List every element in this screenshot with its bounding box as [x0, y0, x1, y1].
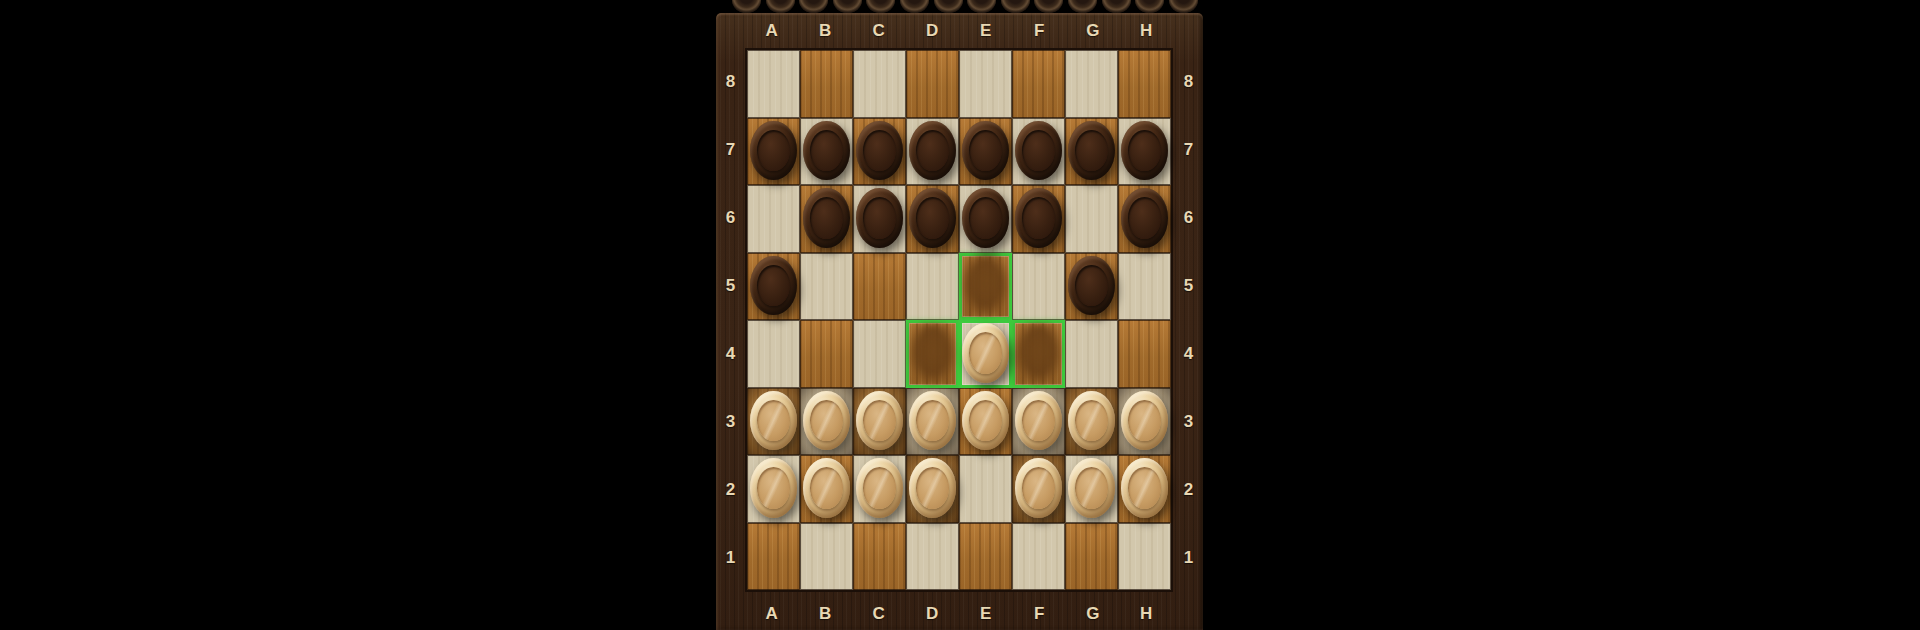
square-d7[interactable] — [906, 118, 959, 186]
square-b3[interactable] — [800, 388, 853, 456]
black-man-f7[interactable] — [1015, 121, 1062, 180]
file-label: G — [1066, 13, 1120, 48]
white-man-e4[interactable] — [962, 323, 1009, 382]
white-man-a3[interactable] — [750, 391, 797, 450]
black-man-h7[interactable] — [1121, 121, 1168, 180]
rank-label: 3 — [1174, 388, 1203, 456]
spare-piece-knob — [1034, 0, 1063, 13]
square-a2[interactable] — [747, 455, 800, 523]
square-e4[interactable] — [959, 320, 1012, 388]
spare-piece-knob — [833, 0, 862, 13]
square-e2[interactable] — [959, 455, 1012, 523]
rank-label: 1 — [716, 524, 745, 592]
rank-label: 2 — [716, 456, 745, 524]
square-g7[interactable] — [1065, 118, 1118, 186]
square-b6[interactable] — [800, 185, 853, 253]
rank-labels-left: 87654321 — [716, 48, 745, 592]
file-label: G — [1066, 592, 1120, 630]
square-h6[interactable] — [1118, 185, 1171, 253]
square-a5[interactable] — [747, 253, 800, 321]
square-b1[interactable] — [800, 523, 853, 591]
square-f5[interactable] — [1012, 253, 1065, 321]
square-a4[interactable] — [747, 320, 800, 388]
checkers-board: ABCDEFGH ABCDEFGH 87654321 87654321 — [716, 13, 1203, 630]
rank-label: 7 — [1174, 116, 1203, 184]
square-g8[interactable] — [1065, 50, 1118, 118]
black-man-a5[interactable] — [750, 256, 797, 315]
rank-label: 8 — [1174, 48, 1203, 116]
square-h7[interactable] — [1118, 118, 1171, 186]
rank-label: 1 — [1174, 524, 1203, 592]
rank-label: 2 — [1174, 456, 1203, 524]
square-f1[interactable] — [1012, 523, 1065, 591]
file-label: B — [799, 592, 853, 630]
square-g2[interactable] — [1065, 455, 1118, 523]
square-c8[interactable] — [853, 50, 906, 118]
spare-piece-knob — [967, 0, 996, 13]
square-e7[interactable] — [959, 118, 1012, 186]
game-board-area: ABCDEFGH ABCDEFGH 87654321 87654321 — [716, 0, 1203, 630]
white-man-c3[interactable] — [856, 391, 903, 450]
square-h3[interactable] — [1118, 388, 1171, 456]
spare-piece-knob — [1135, 0, 1164, 13]
file-label: H — [1120, 592, 1174, 630]
square-f7[interactable] — [1012, 118, 1065, 186]
black-man-c6[interactable] — [856, 188, 903, 247]
black-man-g5[interactable] — [1068, 256, 1115, 315]
square-d2[interactable] — [906, 455, 959, 523]
spare-piece-knob — [766, 0, 795, 13]
file-label: F — [1013, 592, 1067, 630]
spare-piece-knob — [866, 0, 895, 13]
file-label: D — [906, 13, 960, 48]
square-e5[interactable] — [959, 253, 1012, 321]
black-man-c7[interactable] — [856, 121, 903, 180]
square-f3[interactable] — [1012, 388, 1065, 456]
white-man-b2[interactable] — [803, 458, 850, 517]
square-d8[interactable] — [906, 50, 959, 118]
black-man-f6[interactable] — [1015, 188, 1062, 247]
square-g4[interactable] — [1065, 320, 1118, 388]
spare-piece-knob — [1068, 0, 1097, 13]
file-label: F — [1013, 13, 1067, 48]
spare-piece-knob — [1001, 0, 1030, 13]
square-e1[interactable] — [959, 523, 1012, 591]
square-a3[interactable] — [747, 388, 800, 456]
file-label: B — [799, 13, 853, 48]
rank-label: 4 — [1174, 320, 1203, 388]
file-label: A — [745, 13, 799, 48]
white-man-g3[interactable] — [1068, 391, 1115, 450]
spare-pieces-rail — [732, 0, 1198, 13]
rank-label: 7 — [716, 116, 745, 184]
rank-labels-right: 87654321 — [1174, 48, 1203, 592]
black-man-e6[interactable] — [962, 188, 1009, 247]
black-man-b6[interactable] — [803, 188, 850, 247]
square-e3[interactable] — [959, 388, 1012, 456]
white-man-d3[interactable] — [909, 391, 956, 450]
square-h2[interactable] — [1118, 455, 1171, 523]
file-label: E — [959, 592, 1013, 630]
square-c3[interactable] — [853, 388, 906, 456]
square-b5[interactable] — [800, 253, 853, 321]
square-e8[interactable] — [959, 50, 1012, 118]
square-f4[interactable] — [1012, 320, 1065, 388]
square-f6[interactable] — [1012, 185, 1065, 253]
file-label: C — [852, 592, 906, 630]
square-h8[interactable] — [1118, 50, 1171, 118]
file-labels-bottom: ABCDEFGH — [745, 592, 1173, 630]
square-a6[interactable] — [747, 185, 800, 253]
square-d4[interactable] — [906, 320, 959, 388]
square-d1[interactable] — [906, 523, 959, 591]
board-grid — [745, 48, 1173, 592]
white-man-d2[interactable] — [909, 458, 956, 517]
square-d5[interactable] — [906, 253, 959, 321]
square-h4[interactable] — [1118, 320, 1171, 388]
square-b7[interactable] — [800, 118, 853, 186]
square-c5[interactable] — [853, 253, 906, 321]
white-man-g2[interactable] — [1068, 458, 1115, 517]
rank-label: 3 — [716, 388, 745, 456]
white-man-f2[interactable] — [1015, 458, 1062, 517]
square-c2[interactable] — [853, 455, 906, 523]
square-b8[interactable] — [800, 50, 853, 118]
spare-piece-knob — [1169, 0, 1198, 13]
rank-label: 8 — [716, 48, 745, 116]
spare-piece-knob — [732, 0, 761, 13]
square-f8[interactable] — [1012, 50, 1065, 118]
file-label: A — [745, 592, 799, 630]
square-f2[interactable] — [1012, 455, 1065, 523]
spare-piece-knob — [934, 0, 963, 13]
square-b2[interactable] — [800, 455, 853, 523]
file-label: D — [906, 592, 960, 630]
white-man-h3[interactable] — [1121, 391, 1168, 450]
square-c1[interactable] — [853, 523, 906, 591]
rank-label: 4 — [716, 320, 745, 388]
rank-label: 5 — [716, 252, 745, 320]
file-label: C — [852, 13, 906, 48]
square-h5[interactable] — [1118, 253, 1171, 321]
square-a1[interactable] — [747, 523, 800, 591]
spare-piece-knob — [1102, 0, 1131, 13]
square-c6[interactable] — [853, 185, 906, 253]
white-man-c2[interactable] — [856, 458, 903, 517]
rank-label: 6 — [1174, 184, 1203, 252]
white-man-b3[interactable] — [803, 391, 850, 450]
square-g6[interactable] — [1065, 185, 1118, 253]
white-man-f3[interactable] — [1015, 391, 1062, 450]
square-g1[interactable] — [1065, 523, 1118, 591]
black-man-b7[interactable] — [803, 121, 850, 180]
white-man-e3[interactable] — [962, 391, 1009, 450]
square-a8[interactable] — [747, 50, 800, 118]
square-h1[interactable] — [1118, 523, 1171, 591]
black-man-e7[interactable] — [962, 121, 1009, 180]
black-man-g7[interactable] — [1068, 121, 1115, 180]
square-a7[interactable] — [747, 118, 800, 186]
white-man-h2[interactable] — [1121, 458, 1168, 517]
square-d6[interactable] — [906, 185, 959, 253]
black-man-h6[interactable] — [1121, 188, 1168, 247]
spare-piece-knob — [900, 0, 929, 13]
file-labels-top: ABCDEFGH — [745, 13, 1173, 48]
rank-label: 6 — [716, 184, 745, 252]
square-c7[interactable] — [853, 118, 906, 186]
square-e6[interactable] — [959, 185, 1012, 253]
file-label: E — [959, 13, 1013, 48]
white-man-a2[interactable] — [750, 458, 797, 517]
black-man-d7[interactable] — [909, 121, 956, 180]
rank-label: 5 — [1174, 252, 1203, 320]
square-g3[interactable] — [1065, 388, 1118, 456]
black-man-a7[interactable] — [750, 121, 797, 180]
square-c4[interactable] — [853, 320, 906, 388]
square-d3[interactable] — [906, 388, 959, 456]
square-b4[interactable] — [800, 320, 853, 388]
square-g5[interactable] — [1065, 253, 1118, 321]
file-label: H — [1120, 13, 1174, 48]
black-man-d6[interactable] — [909, 188, 956, 247]
spare-piece-knob — [799, 0, 828, 13]
